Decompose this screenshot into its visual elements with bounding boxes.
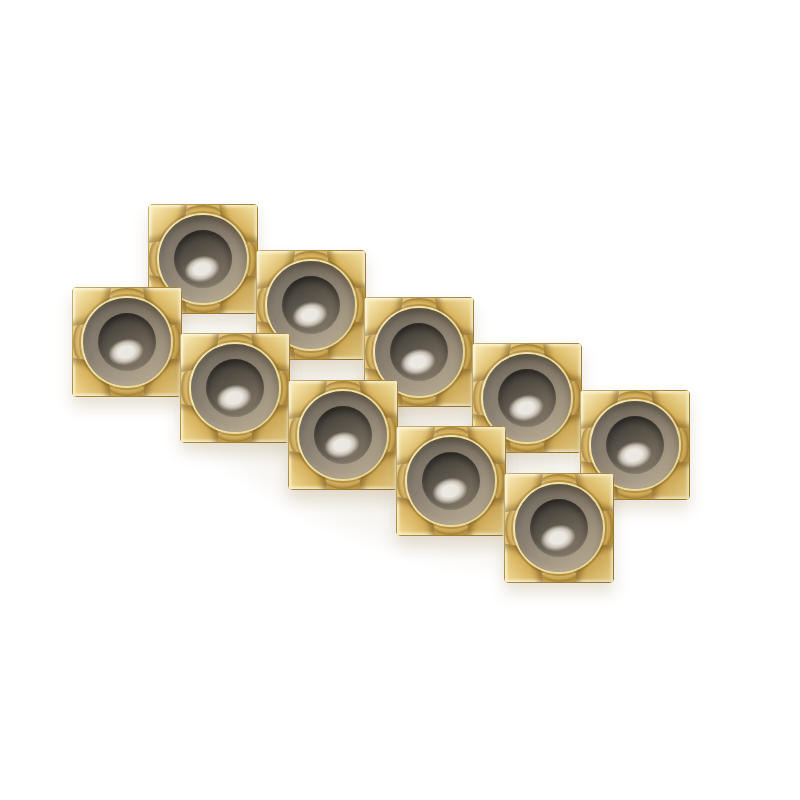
- product-photo: [0, 0, 800, 800]
- insert-top-face: [396, 426, 506, 536]
- insert-top-face: [288, 380, 398, 490]
- insert-top-face: [504, 473, 614, 583]
- insert-top-face: [180, 333, 290, 443]
- insert-top-face: [72, 287, 182, 397]
